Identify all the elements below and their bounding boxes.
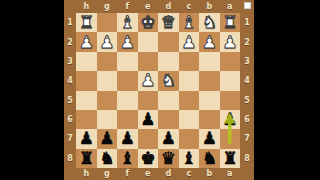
- rank-label-5: 5: [240, 91, 254, 110]
- square-h3[interactable]: [76, 52, 97, 71]
- square-b3[interactable]: [199, 52, 220, 71]
- file-label-f: f: [117, 0, 138, 13]
- file-label-a: a: [220, 167, 241, 180]
- square-d5[interactable]: [158, 91, 179, 110]
- piece-white-queen[interactable]: ♛: [161, 14, 176, 31]
- piece-white-knight[interactable]: ♞: [202, 14, 217, 31]
- file-labels-top: hgfedcba: [76, 0, 240, 13]
- piece-black-pawn[interactable]: ♟: [161, 130, 176, 147]
- piece-white-bishop[interactable]: ♝: [181, 14, 196, 31]
- square-a8[interactable]: ♜: [220, 149, 241, 168]
- rank-label-4: 4: [64, 71, 76, 90]
- square-f2[interactable]: ♟: [117, 32, 138, 51]
- square-b6[interactable]: [199, 110, 220, 129]
- square-a3[interactable]: [220, 52, 241, 71]
- square-g3[interactable]: [97, 52, 118, 71]
- square-f6[interactable]: [117, 110, 138, 129]
- rank-label-7: 7: [64, 129, 76, 148]
- square-c6[interactable]: [179, 110, 200, 129]
- rank-label-3: 3: [240, 52, 254, 71]
- square-a4[interactable]: [220, 71, 241, 90]
- file-label-d: d: [158, 167, 179, 180]
- rank-label-3: 3: [64, 52, 76, 71]
- board-squares: ♜♝♚♛♝♞♜♟♟♟♟♟♟♟♞♟♟♟♟♟♟♟♜♞♝♚♛♝♞♜: [76, 13, 240, 168]
- rank-labels-left: 12345678: [64, 13, 76, 168]
- square-e1[interactable]: ♚: [138, 13, 159, 32]
- square-f3[interactable]: [117, 52, 138, 71]
- square-g2[interactable]: ♟: [97, 32, 118, 51]
- square-h5[interactable]: [76, 91, 97, 110]
- piece-black-pawn[interactable]: ♟: [79, 130, 94, 147]
- file-label-e: e: [138, 167, 159, 180]
- rank-label-1: 1: [240, 13, 254, 32]
- file-label-c: c: [179, 167, 200, 180]
- square-h2[interactable]: ♟: [76, 32, 97, 51]
- square-e4[interactable]: ♟: [138, 71, 159, 90]
- square-f8[interactable]: ♝: [117, 149, 138, 168]
- file-label-g: g: [97, 0, 118, 13]
- piece-white-pawn[interactable]: ♟: [99, 34, 114, 51]
- square-b5[interactable]: [199, 91, 220, 110]
- piece-white-pawn[interactable]: ♟: [140, 72, 155, 89]
- file-label-e: e: [138, 0, 159, 13]
- square-b2[interactable]: ♟: [199, 32, 220, 51]
- square-g7[interactable]: ♟: [97, 129, 118, 148]
- file-label-a: a: [220, 0, 241, 13]
- rank-labels-right: 12345678: [240, 13, 254, 168]
- chess-board: hgfedcba hgfedcba 12345678 12345678 ♜♝♚♛…: [64, 0, 254, 180]
- square-e7[interactable]: [138, 129, 159, 148]
- square-g6[interactable]: [97, 110, 118, 129]
- square-e3[interactable]: [138, 52, 159, 71]
- square-b4[interactable]: [199, 71, 220, 90]
- square-e6[interactable]: ♟: [138, 110, 159, 129]
- piece-black-queen[interactable]: ♛: [161, 150, 176, 167]
- piece-black-rook[interactable]: ♜: [79, 150, 94, 167]
- rank-label-7: 7: [240, 129, 254, 148]
- rank-label-8: 8: [64, 149, 76, 168]
- square-h1[interactable]: ♜: [76, 13, 97, 32]
- square-b8[interactable]: ♞: [199, 149, 220, 168]
- square-c2[interactable]: ♟: [179, 32, 200, 51]
- square-d7[interactable]: ♟: [158, 129, 179, 148]
- piece-white-pawn[interactable]: ♟: [120, 34, 135, 51]
- square-c1[interactable]: ♝: [179, 13, 200, 32]
- piece-black-bishop[interactable]: ♝: [181, 150, 196, 167]
- file-label-b: b: [199, 0, 220, 13]
- piece-black-king[interactable]: ♚: [140, 150, 155, 167]
- square-a6[interactable]: ♟: [220, 110, 241, 129]
- rank-label-1: 1: [64, 13, 76, 32]
- piece-black-knight[interactable]: ♞: [202, 150, 217, 167]
- square-c8[interactable]: ♝: [179, 149, 200, 168]
- square-h6[interactable]: [76, 110, 97, 129]
- piece-white-king[interactable]: ♚: [140, 14, 155, 31]
- screenshot-background: { "game": "chess", "position": { "fen": …: [0, 0, 320, 180]
- square-g5[interactable]: [97, 91, 118, 110]
- piece-black-pawn[interactable]: ♟: [222, 111, 237, 128]
- square-d8[interactable]: ♛: [158, 149, 179, 168]
- file-labels-bottom: hgfedcba: [76, 167, 240, 180]
- square-b1[interactable]: ♞: [199, 13, 220, 32]
- piece-black-pawn[interactable]: ♟: [202, 130, 217, 147]
- square-d1[interactable]: ♛: [158, 13, 179, 32]
- file-label-b: b: [199, 167, 220, 180]
- square-e2[interactable]: [138, 32, 159, 51]
- square-d2[interactable]: [158, 32, 179, 51]
- rank-label-6: 6: [64, 110, 76, 129]
- square-c3[interactable]: [179, 52, 200, 71]
- rank-label-5: 5: [64, 91, 76, 110]
- piece-white-rook[interactable]: ♜: [79, 14, 94, 31]
- file-label-g: g: [97, 167, 118, 180]
- square-e8[interactable]: ♚: [138, 149, 159, 168]
- square-h7[interactable]: ♟: [76, 129, 97, 148]
- file-label-h: h: [76, 167, 97, 180]
- piece-black-rook[interactable]: ♜: [222, 150, 237, 167]
- file-label-h: h: [76, 0, 97, 13]
- white-to-move-icon: [244, 2, 251, 9]
- square-g4[interactable]: [97, 71, 118, 90]
- square-f5[interactable]: [117, 91, 138, 110]
- square-d6[interactable]: [158, 110, 179, 129]
- file-label-d: d: [158, 0, 179, 13]
- piece-black-pawn[interactable]: ♟: [120, 130, 135, 147]
- square-a7[interactable]: [220, 129, 241, 148]
- square-e5[interactable]: [138, 91, 159, 110]
- piece-black-bishop[interactable]: ♝: [120, 150, 135, 167]
- square-h8[interactable]: ♜: [76, 149, 97, 168]
- piece-white-knight[interactable]: ♞: [161, 72, 176, 89]
- rank-label-6: 6: [240, 110, 254, 129]
- square-c4[interactable]: [179, 71, 200, 90]
- piece-white-pawn[interactable]: ♟: [181, 34, 196, 51]
- piece-white-pawn[interactable]: ♟: [202, 34, 217, 51]
- rank-label-2: 2: [64, 32, 76, 51]
- piece-black-pawn[interactable]: ♟: [140, 111, 155, 128]
- piece-white-bishop[interactable]: ♝: [120, 14, 135, 31]
- square-b7[interactable]: ♟: [199, 129, 220, 148]
- rank-label-2: 2: [240, 32, 254, 51]
- square-d4[interactable]: ♞: [158, 71, 179, 90]
- piece-white-pawn[interactable]: ♟: [79, 34, 94, 51]
- piece-black-pawn[interactable]: ♟: [99, 130, 114, 147]
- file-label-f: f: [117, 167, 138, 180]
- square-d3[interactable]: [158, 52, 179, 71]
- square-f7[interactable]: ♟: [117, 129, 138, 148]
- square-g8[interactable]: ♞: [97, 149, 118, 168]
- square-c5[interactable]: [179, 91, 200, 110]
- piece-white-pawn[interactable]: ♟: [222, 34, 237, 51]
- square-a1[interactable]: ♜: [220, 13, 241, 32]
- square-c7[interactable]: [179, 129, 200, 148]
- piece-white-rook[interactable]: ♜: [222, 14, 237, 31]
- square-a2[interactable]: ♟: [220, 32, 241, 51]
- file-label-c: c: [179, 0, 200, 13]
- square-a5[interactable]: [220, 91, 241, 110]
- square-h4[interactable]: [76, 71, 97, 90]
- square-g1[interactable]: [97, 13, 118, 32]
- rank-label-8: 8: [240, 149, 254, 168]
- piece-black-knight[interactable]: ♞: [99, 150, 114, 167]
- rank-label-4: 4: [240, 71, 254, 90]
- square-f1[interactable]: ♝: [117, 13, 138, 32]
- square-f4[interactable]: [117, 71, 138, 90]
